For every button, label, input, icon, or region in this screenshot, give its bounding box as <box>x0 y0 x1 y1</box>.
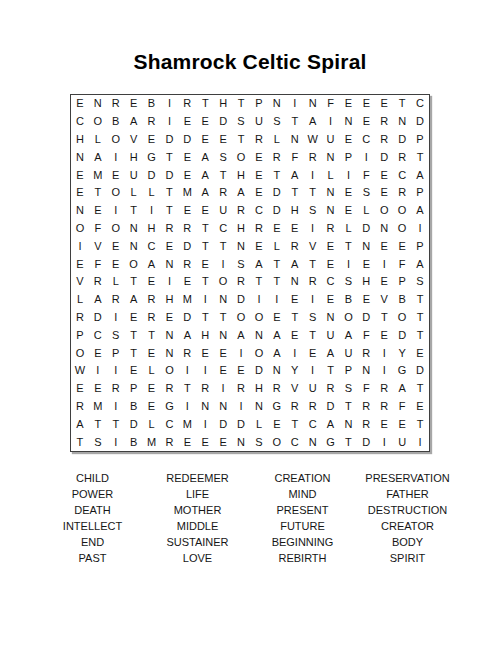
grid-cell-r2c10: S <box>232 113 250 131</box>
grid-cell-r13c3: I <box>107 309 125 327</box>
grid-cell-r5c19: C <box>393 166 411 184</box>
grid-cell-r18c1: R <box>71 398 89 416</box>
grid-cell-r19c13: T <box>286 415 304 433</box>
grid-cell-r20c13: C <box>286 433 304 451</box>
grid-cell-r20c3: I <box>107 433 125 451</box>
grid-cell-r18c8: N <box>196 398 214 416</box>
grid-cell-r12c14: I <box>304 291 322 309</box>
grid-cell-r15c20: E <box>411 344 429 362</box>
grid-cell-r6c13: T <box>286 184 304 202</box>
grid-cell-r15c1: O <box>71 344 89 362</box>
grid-cell-r8c5: H <box>143 220 161 238</box>
grid-cell-r10c7: R <box>178 255 196 273</box>
grid-cell-r2c14: A <box>304 113 322 131</box>
grid-cell-r6c4: L <box>125 184 143 202</box>
grid-cell-r8c4: N <box>125 220 143 238</box>
grid-cell-r1c2: N <box>89 95 107 113</box>
grid-cell-r18c4: B <box>125 398 143 416</box>
grid-cell-r13c10: O <box>232 309 250 327</box>
grid-cell-r20c1: T <box>71 433 89 451</box>
grid-cell-r6c1: E <box>71 184 89 202</box>
grid-cell-r7c8: E <box>196 202 214 220</box>
grid-cell-r14c4: T <box>125 326 143 344</box>
grid-cell-r14c19: D <box>393 326 411 344</box>
grid-cell-r4c18: D <box>375 148 393 166</box>
grid-cell-r1c15: F <box>322 95 340 113</box>
grid-cell-r6c11: E <box>250 184 268 202</box>
grid-cell-r1c12: N <box>268 95 286 113</box>
grid-cell-r7c15: N <box>322 202 340 220</box>
grid-cell-r16c3: I <box>107 362 125 380</box>
grid-cell-r17c17: F <box>357 380 375 398</box>
grid-cell-r11c3: L <box>107 273 125 291</box>
grid-cell-r8c12: E <box>268 220 286 238</box>
grid-cell-r10c18: I <box>375 255 393 273</box>
grid-cell-r7c9: U <box>214 202 232 220</box>
grid-cell-r13c19: O <box>393 309 411 327</box>
grid-cell-r11c16: S <box>339 273 357 291</box>
grid-cell-r8c11: R <box>250 220 268 238</box>
grid-cell-r2c4: A <box>125 113 143 131</box>
grid-cell-r16c15: T <box>322 362 340 380</box>
grid-cell-r17c3: R <box>107 380 125 398</box>
grid-cell-r9c17: N <box>357 237 375 255</box>
grid-cell-r13c18: T <box>375 309 393 327</box>
word-item: END <box>40 534 145 550</box>
grid-cell-r19c11: L <box>250 415 268 433</box>
grid-cell-r9c7: D <box>178 237 196 255</box>
word-list-column-4: PRESERVATIONFATHERDESTRUCTIONCREATORBODY… <box>355 470 460 566</box>
grid-cell-r19c5: L <box>143 415 161 433</box>
grid-cell-r15c16: U <box>339 344 357 362</box>
grid-cell-r10c19: F <box>393 255 411 273</box>
grid-cell-r20c9: E <box>214 433 232 451</box>
grid-cell-r7c7: E <box>178 202 196 220</box>
grid-cell-r9c11: E <box>250 237 268 255</box>
grid-cell-r11c19: P <box>393 273 411 291</box>
grid-cell-r16c12: N <box>268 362 286 380</box>
grid-cell-r5c18: E <box>375 166 393 184</box>
grid-cell-r10c10: S <box>232 255 250 273</box>
grid-cell-r5c16: I <box>339 166 357 184</box>
word-item: LIFE <box>145 486 250 502</box>
grid-cell-r7c4: T <box>125 202 143 220</box>
grid-cell-r2c17: E <box>357 113 375 131</box>
grid-cell-r15c12: A <box>268 344 286 362</box>
grid-cell-r9c19: E <box>393 237 411 255</box>
grid-cell-r3c10: T <box>232 131 250 149</box>
grid-cell-r5c6: D <box>160 166 178 184</box>
grid-cell-r8c13: E <box>286 220 304 238</box>
grid-cell-r3c1: H <box>71 131 89 149</box>
grid-cell-r1c19: T <box>393 95 411 113</box>
grid-cell-r11c5: E <box>143 273 161 291</box>
grid-cell-r4c3: I <box>107 148 125 166</box>
grid-cell-r17c16: S <box>339 380 357 398</box>
grid-cell-r17c9: I <box>214 380 232 398</box>
grid-cell-r11c8: T <box>196 273 214 291</box>
grid-cell-r18c9: N <box>214 398 232 416</box>
grid-cell-r9c18: E <box>375 237 393 255</box>
grid-cell-r7c1: N <box>71 202 89 220</box>
word-item: INTELLECT <box>40 518 145 534</box>
grid-cell-r5c4: U <box>125 166 143 184</box>
grid-cell-r20c11: S <box>250 433 268 451</box>
word-item: BODY <box>355 534 460 550</box>
grid-cell-r12c8: I <box>196 291 214 309</box>
grid-cell-r8c15: R <box>322 220 340 238</box>
grid-cell-r7c3: I <box>107 202 125 220</box>
grid-cell-r12c10: D <box>232 291 250 309</box>
grid-cell-r7c5: I <box>143 202 161 220</box>
grid-cell-r20c17: D <box>357 433 375 451</box>
grid-cell-r17c18: R <box>375 380 393 398</box>
grid-cell-r18c14: R <box>304 398 322 416</box>
grid-cell-r14c2: C <box>89 326 107 344</box>
grid-cell-r17c1: E <box>71 380 89 398</box>
grid-cell-r17c4: P <box>125 380 143 398</box>
word-item: MIDDLE <box>145 518 250 534</box>
grid-cell-r15c6: N <box>160 344 178 362</box>
grid-cell-r17c5: E <box>143 380 161 398</box>
grid-cell-r15c13: I <box>286 344 304 362</box>
grid-cell-r10c8: E <box>196 255 214 273</box>
puzzle-title: Shamrock Celtic Spiral <box>0 50 500 74</box>
grid-cell-r17c15: R <box>322 380 340 398</box>
grid-cell-r10c3: E <box>107 255 125 273</box>
grid-cell-r6c15: N <box>322 184 340 202</box>
grid-cell-r15c7: R <box>178 344 196 362</box>
grid-cell-r16c2: I <box>89 362 107 380</box>
grid-cell-r4c13: F <box>286 148 304 166</box>
grid-cell-r4c16: P <box>339 148 357 166</box>
word-list-column-3: CREATIONMINDPRESENTFUTUREBEGINNINGREBIRT… <box>250 470 355 566</box>
word-search-page: Shamrock Celtic Spiral ENREBIRTHTPNINFEE… <box>0 0 500 647</box>
grid-cell-r8c1: O <box>71 220 89 238</box>
word-item: CHILD <box>40 470 145 486</box>
grid-cell-r2c19: N <box>393 113 411 131</box>
grid-cell-r5c12: T <box>268 166 286 184</box>
grid-cell-r20c7: E <box>178 433 196 451</box>
grid-cell-r17c2: E <box>89 380 107 398</box>
grid-cell-r18c20: E <box>411 398 429 416</box>
grid-cell-r19c15: A <box>322 415 340 433</box>
grid-cell-r3c15: U <box>322 131 340 149</box>
grid-cell-r13c13: T <box>286 309 304 327</box>
word-item: BEGINNING <box>250 534 355 550</box>
grid-cell-r12c17: E <box>357 291 375 309</box>
grid-cell-r13c11: O <box>250 309 268 327</box>
grid-cell-r15c9: E <box>214 344 232 362</box>
grid-cell-r3c11: R <box>250 131 268 149</box>
grid-cell-r15c11: O <box>250 344 268 362</box>
word-search-grid: ENREBIRTHTPNINFEEETCCOBARIEEDSUSTAINERND… <box>70 94 430 452</box>
grid-cell-r18c18: R <box>375 398 393 416</box>
grid-cell-r10c9: I <box>214 255 232 273</box>
grid-cell-r15c2: E <box>89 344 107 362</box>
grid-cell-r14c16: A <box>339 326 357 344</box>
grid-cell-r11c7: E <box>178 273 196 291</box>
grid-cell-r14c12: A <box>268 326 286 344</box>
grid-cell-r1c14: N <box>304 95 322 113</box>
grid-cell-r16c13: Y <box>286 362 304 380</box>
grid-cell-r19c18: E <box>375 415 393 433</box>
grid-cell-r2c3: B <box>107 113 125 131</box>
grid-cell-r17c7: T <box>178 380 196 398</box>
grid-cell-r20c2: S <box>89 433 107 451</box>
word-item: SPIRIT <box>355 550 460 566</box>
grid-cell-r1c17: E <box>357 95 375 113</box>
grid-cell-r13c9: T <box>214 309 232 327</box>
grid-cell-r13c15: N <box>322 309 340 327</box>
grid-cell-r7c14: S <box>304 202 322 220</box>
grid-cell-r1c9: H <box>214 95 232 113</box>
grid-cell-r8c14: I <box>304 220 322 238</box>
grid-cell-r18c10: I <box>232 398 250 416</box>
grid-cell-r14c1: P <box>71 326 89 344</box>
grid-cell-r7c17: L <box>357 202 375 220</box>
grid-cell-r20c19: U <box>393 433 411 451</box>
grid-cell-r10c16: I <box>339 255 357 273</box>
grid-cell-r17c19: A <box>393 380 411 398</box>
grid-cell-r20c14: N <box>304 433 322 451</box>
grid-cell-r10c4: O <box>125 255 143 273</box>
grid-cell-r16c14: I <box>304 362 322 380</box>
grid-cell-r13c4: E <box>125 309 143 327</box>
grid-cell-r2c6: I <box>160 113 178 131</box>
grid-cell-r2c11: U <box>250 113 268 131</box>
grid-cell-r8c10: H <box>232 220 250 238</box>
grid-cell-r4c8: A <box>196 148 214 166</box>
grid-cell-r12c16: B <box>339 291 357 309</box>
grid-cell-r14c7: A <box>178 326 196 344</box>
grid-cell-r6c18: E <box>375 184 393 202</box>
grid-cell-r12c12: I <box>268 291 286 309</box>
grid-cell-r18c19: F <box>393 398 411 416</box>
word-item: CREATION <box>250 470 355 486</box>
grid-cell-r9c8: T <box>196 237 214 255</box>
grid-cell-r16c19: G <box>393 362 411 380</box>
grid-cell-r3c3: O <box>107 131 125 149</box>
word-item: POWER <box>40 486 145 502</box>
grid-cell-r11c15: C <box>322 273 340 291</box>
grid-cell-r9c5: C <box>143 237 161 255</box>
grid-cell-r14c17: F <box>357 326 375 344</box>
grid-cell-r17c20: T <box>411 380 429 398</box>
grid-cell-r8c6: R <box>160 220 178 238</box>
grid-cell-r15c17: R <box>357 344 375 362</box>
word-item: PRESERVATION <box>355 470 460 486</box>
grid-cell-r5c15: L <box>322 166 340 184</box>
grid-cell-r6c16: E <box>339 184 357 202</box>
grid-cell-r16c4: E <box>125 362 143 380</box>
grid-cell-r6c2: T <box>89 184 107 202</box>
grid-cell-r16c7: I <box>178 362 196 380</box>
grid-cell-r9c12: L <box>268 237 286 255</box>
grid-cell-r10c5: A <box>143 255 161 273</box>
grid-cell-r5c20: A <box>411 166 429 184</box>
grid-cell-r14c6: N <box>160 326 178 344</box>
grid-cell-r11c1: V <box>71 273 89 291</box>
grid-cell-r12c7: M <box>178 291 196 309</box>
grid-cell-r20c12: O <box>268 433 286 451</box>
grid-cell-r13c17: D <box>357 309 375 327</box>
grid-cell-r3c8: E <box>196 131 214 149</box>
grid-cell-r10c17: E <box>357 255 375 273</box>
grid-cell-r10c14: T <box>304 255 322 273</box>
grid-cell-r19c3: T <box>107 415 125 433</box>
grid-cell-r10c13: A <box>286 255 304 273</box>
grid-cell-r16c10: E <box>232 362 250 380</box>
grid-cell-r9c6: E <box>160 237 178 255</box>
grid-cell-r6c10: A <box>232 184 250 202</box>
grid-cell-r17c8: R <box>196 380 214 398</box>
grid-cell-r12c15: E <box>322 291 340 309</box>
grid-cell-r4c20: T <box>411 148 429 166</box>
grid-cell-r8c2: F <box>89 220 107 238</box>
grid-cell-r1c18: E <box>375 95 393 113</box>
grid-cell-r2c1: C <box>71 113 89 131</box>
grid-cell-r4c9: S <box>214 148 232 166</box>
grid-cell-r19c8: I <box>196 415 214 433</box>
word-item: SUSTAINER <box>145 534 250 550</box>
grid-cell-r16c11: D <box>250 362 268 380</box>
grid-cell-r1c1: E <box>71 95 89 113</box>
grid-cell-r6c12: D <box>268 184 286 202</box>
grid-cell-r11c2: R <box>89 273 107 291</box>
grid-cell-r5c11: E <box>250 166 268 184</box>
grid-cell-r18c2: M <box>89 398 107 416</box>
grid-cell-r4c1: N <box>71 148 89 166</box>
grid-cell-r10c11: A <box>250 255 268 273</box>
grid-cell-r11c18: E <box>375 273 393 291</box>
grid-cell-r1c10: T <box>232 95 250 113</box>
word-item: MIND <box>250 486 355 502</box>
grid-cell-r19c4: D <box>125 415 143 433</box>
grid-cell-r3c2: L <box>89 131 107 149</box>
grid-cell-r6c5: L <box>143 184 161 202</box>
grid-cell-r13c12: E <box>268 309 286 327</box>
grid-cell-r18c12: G <box>268 398 286 416</box>
grid-cell-r8c16: L <box>339 220 357 238</box>
grid-cell-r16c5: L <box>143 362 161 380</box>
grid-cell-r15c18: I <box>375 344 393 362</box>
grid-cell-r12c13: E <box>286 291 304 309</box>
grid-cell-r5c8: A <box>196 166 214 184</box>
grid-cell-r20c16: T <box>339 433 357 451</box>
grid-cell-r2c13: T <box>286 113 304 131</box>
grid-cell-r12c4: A <box>125 291 143 309</box>
grid-cell-r6c8: A <box>196 184 214 202</box>
grid-cell-r7c16: E <box>339 202 357 220</box>
grid-cell-r6c7: M <box>178 184 196 202</box>
grid-cell-r8c20: I <box>411 220 429 238</box>
grid-cell-r6c9: R <box>214 184 232 202</box>
grid-cell-r3c14: W <box>304 131 322 149</box>
grid-cell-r18c5: E <box>143 398 161 416</box>
grid-cell-r9c15: E <box>322 237 340 255</box>
grid-cell-r9c1: I <box>71 237 89 255</box>
grid-cell-r16c6: O <box>160 362 178 380</box>
grid-cell-r19c6: C <box>160 415 178 433</box>
grid-cell-r5c14: I <box>304 166 322 184</box>
word-list: CHILDPOWERDEATHINTELLECTENDPASTREDEEMERL… <box>40 470 460 566</box>
word-item: DEATH <box>40 502 145 518</box>
grid-cell-r19c7: M <box>178 415 196 433</box>
grid-cell-r18c16: T <box>339 398 357 416</box>
word-item: LOVE <box>145 550 250 566</box>
grid-cell-r5c17: F <box>357 166 375 184</box>
grid-cell-r6c3: O <box>107 184 125 202</box>
grid-cell-r4c11: E <box>250 148 268 166</box>
grid-cell-r19c17: R <box>357 415 375 433</box>
grid-cell-r5c10: H <box>232 166 250 184</box>
grid-cell-r3c19: D <box>393 131 411 149</box>
grid-cell-r7c13: H <box>286 202 304 220</box>
grid-cell-r17c11: H <box>250 380 268 398</box>
word-item: DESTRUCTION <box>355 502 460 518</box>
grid-cell-r3c12: L <box>268 131 286 149</box>
grid-cell-r17c13: V <box>286 380 304 398</box>
word-item: PAST <box>40 550 145 566</box>
grid-cell-r14c5: T <box>143 326 161 344</box>
grid-cell-r3c16: E <box>339 131 357 149</box>
grid-cell-r7c12: D <box>268 202 286 220</box>
grid-cell-r1c8: T <box>196 95 214 113</box>
grid-cell-r13c2: D <box>89 309 107 327</box>
grid-cell-r10c15: E <box>322 255 340 273</box>
grid-cell-r1c13: I <box>286 95 304 113</box>
grid-cell-r14c8: H <box>196 326 214 344</box>
grid-cell-r4c17: I <box>357 148 375 166</box>
grid-cell-r2c20: D <box>411 113 429 131</box>
grid-cell-r8c9: C <box>214 220 232 238</box>
grid-cell-r14c14: T <box>304 326 322 344</box>
grid-cell-r13c7: D <box>178 309 196 327</box>
grid-cell-r11c9: O <box>214 273 232 291</box>
grid-cell-r3c20: P <box>411 131 429 149</box>
word-item: CREATOR <box>355 518 460 534</box>
word-item: PRESENT <box>250 502 355 518</box>
grid-cell-r15c5: E <box>143 344 161 362</box>
grid-cell-r14c18: E <box>375 326 393 344</box>
grid-cell-r5c1: E <box>71 166 89 184</box>
grid-cell-r8c19: O <box>393 220 411 238</box>
grid-cell-r20c4: B <box>125 433 143 451</box>
grid-cell-r12c5: R <box>143 291 161 309</box>
grid-cell-r3c17: C <box>357 131 375 149</box>
grid-cell-r19c2: T <box>89 415 107 433</box>
grid-cell-r14c20: T <box>411 326 429 344</box>
grid-cell-r9c14: V <box>304 237 322 255</box>
grid-cell-r16c16: P <box>339 362 357 380</box>
grid-cell-r6c20: P <box>411 184 429 202</box>
grid-cell-r6c6: T <box>160 184 178 202</box>
grid-cell-r7c20: A <box>411 202 429 220</box>
grid-cell-r4c4: H <box>125 148 143 166</box>
grid-cell-r5c5: D <box>143 166 161 184</box>
grid-cell-r4c19: R <box>393 148 411 166</box>
grid-cell-r14c15: U <box>322 326 340 344</box>
grid-cell-r15c4: T <box>125 344 143 362</box>
grid-cell-r12c6: H <box>160 291 178 309</box>
grid-cell-r18c13: R <box>286 398 304 416</box>
grid-cell-r9c10: N <box>232 237 250 255</box>
grid-cell-r4c7: E <box>178 148 196 166</box>
grid-cell-r14c10: A <box>232 326 250 344</box>
grid-cell-r10c6: N <box>160 255 178 273</box>
grid-cell-r20c8: E <box>196 433 214 451</box>
